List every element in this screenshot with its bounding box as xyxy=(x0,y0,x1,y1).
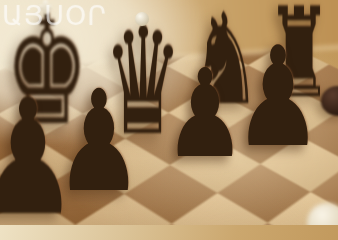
watermark: ԱՅՍՕՐ xyxy=(2,0,107,31)
black-pawn-right: ♟ xyxy=(233,29,322,167)
chess-photo-scene: ♜ ♞ ♚ ♛ ♟ ♟ ♟ ♟ ԱՅՍՕՐ xyxy=(0,0,338,225)
black-pawn-center: ♟ xyxy=(164,53,246,175)
black-pawn-front-left: ♟ xyxy=(0,78,78,225)
